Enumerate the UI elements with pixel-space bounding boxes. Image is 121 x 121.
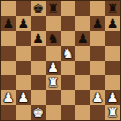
square-d7[interactable]: [46, 16, 61, 31]
square-f7[interactable]: [75, 16, 90, 31]
square-a1[interactable]: [1, 105, 16, 120]
square-c1[interactable]: ♚: [31, 105, 46, 120]
square-e6[interactable]: [61, 31, 76, 46]
piece-black-pawn[interactable]: ♟: [17, 16, 29, 29]
square-h5[interactable]: [105, 46, 120, 61]
square-h3[interactable]: [105, 75, 120, 90]
square-g3[interactable]: [90, 75, 105, 90]
square-d3[interactable]: ♜: [46, 75, 61, 90]
square-h2[interactable]: ♟: [105, 90, 120, 105]
square-c2[interactable]: [31, 90, 46, 105]
square-h8[interactable]: ♜: [105, 1, 120, 16]
square-e2[interactable]: [61, 90, 76, 105]
square-a6[interactable]: [1, 31, 16, 46]
square-c4[interactable]: [31, 61, 46, 76]
square-h7[interactable]: ♟: [105, 16, 120, 31]
square-f4[interactable]: [75, 61, 90, 76]
piece-white-pawn[interactable]: ♟: [107, 91, 119, 104]
piece-white-king[interactable]: ♚: [32, 106, 44, 119]
square-e8[interactable]: [61, 1, 76, 16]
square-f6[interactable]: ♟: [75, 31, 90, 46]
square-c7[interactable]: [31, 16, 46, 31]
square-b4[interactable]: [16, 61, 31, 76]
square-d8[interactable]: ♜: [46, 1, 61, 16]
piece-black-pawn[interactable]: ♟: [3, 16, 15, 29]
square-e3[interactable]: [61, 75, 76, 90]
piece-white-knight[interactable]: ♞: [62, 46, 74, 59]
square-f3[interactable]: [75, 75, 90, 90]
piece-black-pawn[interactable]: ♟: [92, 16, 104, 29]
square-d6[interactable]: ♞: [46, 31, 61, 46]
square-a2[interactable]: ♟: [1, 90, 16, 105]
square-h4[interactable]: [105, 61, 120, 76]
square-c8[interactable]: ♚: [31, 1, 46, 16]
piece-black-rook[interactable]: ♜: [47, 1, 59, 14]
square-a3[interactable]: [1, 75, 16, 90]
square-c3[interactable]: [31, 75, 46, 90]
piece-white-pawn[interactable]: ♟: [17, 91, 29, 104]
square-g4[interactable]: [90, 61, 105, 76]
square-e7[interactable]: [61, 16, 76, 31]
square-g5[interactable]: [90, 46, 105, 61]
square-b1[interactable]: [16, 105, 31, 120]
piece-white-pawn[interactable]: ♟: [92, 91, 104, 104]
square-b5[interactable]: [16, 46, 31, 61]
square-c6[interactable]: ♟: [31, 31, 46, 46]
chess-board: ♚♜♜♟♟♟♟♟♞♟♞♟♜♟♟♟♟♚♜: [0, 0, 121, 121]
square-b8[interactable]: [16, 1, 31, 16]
square-a5[interactable]: [1, 46, 16, 61]
piece-white-rook[interactable]: ♜: [107, 106, 119, 119]
square-d5[interactable]: [46, 46, 61, 61]
square-d1[interactable]: [46, 105, 61, 120]
square-g1[interactable]: [90, 105, 105, 120]
square-g7[interactable]: ♟: [90, 16, 105, 31]
piece-white-pawn[interactable]: ♟: [47, 61, 59, 74]
piece-black-king[interactable]: ♚: [32, 1, 44, 14]
piece-black-knight[interactable]: ♞: [47, 31, 59, 44]
square-g8[interactable]: [90, 1, 105, 16]
square-d2[interactable]: [46, 90, 61, 105]
piece-black-pawn[interactable]: ♟: [107, 16, 119, 29]
square-f2[interactable]: [75, 90, 90, 105]
piece-white-rook[interactable]: ♜: [47, 76, 59, 89]
piece-black-pawn[interactable]: ♟: [77, 31, 89, 44]
square-h6[interactable]: [105, 31, 120, 46]
square-e5[interactable]: ♞: [61, 46, 76, 61]
square-f5[interactable]: [75, 46, 90, 61]
square-b7[interactable]: ♟: [16, 16, 31, 31]
square-d4[interactable]: ♟: [46, 61, 61, 76]
square-e1[interactable]: [61, 105, 76, 120]
square-g6[interactable]: [90, 31, 105, 46]
square-f8[interactable]: [75, 1, 90, 16]
square-b6[interactable]: [16, 31, 31, 46]
square-a7[interactable]: ♟: [1, 16, 16, 31]
square-b3[interactable]: [16, 75, 31, 90]
square-h1[interactable]: ♜: [105, 105, 120, 120]
piece-black-rook[interactable]: ♜: [107, 1, 119, 14]
piece-black-pawn[interactable]: ♟: [32, 31, 44, 44]
piece-white-pawn[interactable]: ♟: [3, 91, 15, 104]
square-a4[interactable]: [1, 61, 16, 76]
square-g2[interactable]: ♟: [90, 90, 105, 105]
square-a8[interactable]: [1, 1, 16, 16]
square-b2[interactable]: ♟: [16, 90, 31, 105]
square-c5[interactable]: [31, 46, 46, 61]
square-e4[interactable]: [61, 61, 76, 76]
square-f1[interactable]: [75, 105, 90, 120]
